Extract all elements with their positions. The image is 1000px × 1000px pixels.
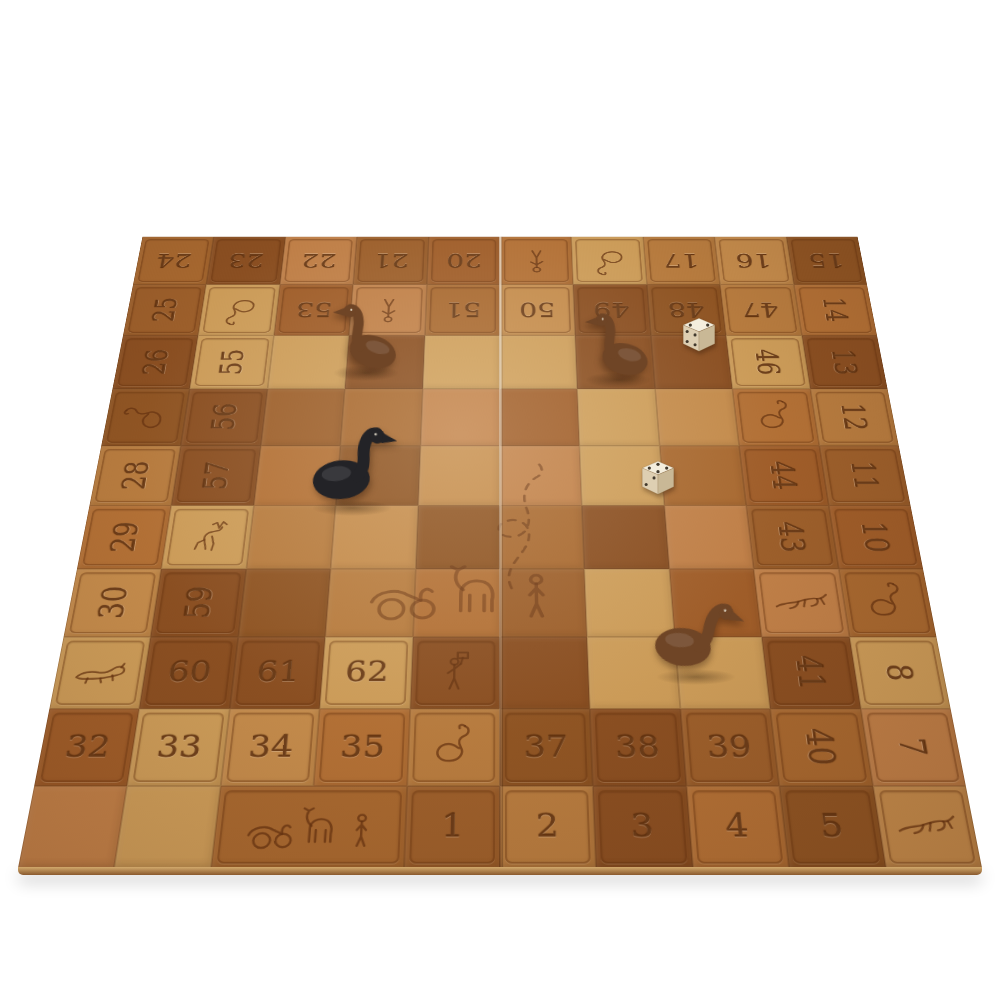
square-number-4: 4 — [686, 786, 789, 868]
square-6[interactable] — [873, 786, 982, 868]
square-number-32: 32 — [34, 709, 139, 786]
filler-cell-r5c5 — [418, 446, 500, 506]
die-2[interactable] — [636, 458, 680, 506]
square-37[interactable]: 37 — [500, 709, 593, 786]
square-42[interactable] — [754, 569, 849, 637]
square-19[interactable] — [500, 237, 573, 285]
square-13[interactable]: 13 — [802, 335, 888, 389]
square-number-47: 47 — [720, 285, 801, 336]
die-1[interactable] — [677, 315, 721, 363]
goose-icon — [114, 397, 178, 438]
goose-pawn-brown-2[interactable] — [581, 310, 655, 384]
square-number-12: 12 — [810, 389, 899, 446]
square-57[interactable]: 57 — [172, 446, 261, 506]
square-number-61: 61 — [230, 637, 326, 709]
square-38[interactable]: 38 — [590, 709, 686, 786]
square-number-17: 17 — [643, 237, 720, 285]
square-63[interactable] — [410, 637, 500, 709]
filler-cell-r5c6 — [500, 446, 582, 506]
square-59[interactable]: 59 — [151, 569, 246, 637]
goose-icon — [744, 397, 806, 438]
square-54[interactable] — [198, 285, 279, 336]
square-7[interactable]: 7 — [860, 709, 965, 786]
deer-icon — [175, 514, 241, 560]
square-number-30: 30 — [64, 569, 162, 637]
filler-cell-r4c5 — [420, 389, 500, 446]
square-9[interactable] — [838, 569, 936, 637]
person-icon — [510, 243, 563, 278]
square-number-20: 20 — [427, 237, 500, 285]
square-number-40: 40 — [770, 709, 872, 786]
square-5[interactable]: 5 — [779, 786, 885, 868]
square-2[interactable]: 2 — [500, 786, 596, 868]
filler-cell-r7c3 — [238, 569, 331, 637]
square-35[interactable]: 35 — [314, 709, 410, 786]
square-number-33: 33 — [127, 709, 229, 786]
goose-pawn-brown-1[interactable] — [328, 301, 404, 377]
square-27[interactable] — [101, 389, 190, 446]
square-number-29: 29 — [77, 506, 172, 570]
square-58[interactable] — [162, 506, 254, 570]
square-11[interactable]: 11 — [819, 446, 911, 506]
filler-cell-r7c4 — [325, 569, 415, 637]
square-1[interactable]: 1 — [404, 786, 500, 868]
goose-pawn-black-1[interactable] — [306, 420, 398, 512]
square-46[interactable]: 46 — [726, 335, 810, 389]
square-4[interactable]: 4 — [686, 786, 789, 868]
square-55[interactable]: 55 — [190, 335, 274, 389]
square-number-3: 3 — [593, 786, 693, 868]
square-number-10: 10 — [828, 506, 923, 570]
board-front-edge — [18, 867, 982, 875]
filler-cell-r4c7 — [578, 389, 660, 446]
filler-cell-r8c6 — [500, 637, 590, 709]
square-3[interactable]: 3 — [593, 786, 693, 868]
square-33[interactable]: 33 — [127, 709, 229, 786]
square-47[interactable]: 47 — [720, 285, 801, 336]
square-32[interactable]: 32 — [34, 709, 139, 786]
square-61[interactable]: 61 — [230, 637, 326, 709]
board-fold-seam — [499, 237, 502, 868]
square-40[interactable]: 40 — [770, 709, 872, 786]
square-number-22: 22 — [280, 237, 357, 285]
goose-icon — [852, 578, 923, 627]
square-number-56: 56 — [181, 389, 267, 446]
square-22[interactable]: 22 — [280, 237, 357, 285]
filler-cell-r10c2 — [114, 786, 220, 868]
square-43[interactable]: 43 — [746, 506, 838, 570]
square-36[interactable] — [407, 709, 500, 786]
winner-icon — [423, 647, 488, 699]
square-number-2: 2 — [500, 786, 596, 868]
square-15[interactable]: 15 — [786, 237, 867, 285]
square-29[interactable]: 29 — [77, 506, 172, 570]
square-number-35: 35 — [314, 709, 410, 786]
square-number-16: 16 — [715, 237, 794, 285]
square-number-50: 50 — [500, 285, 575, 336]
filler-cell-r6c7 — [582, 506, 669, 570]
square-number-59: 59 — [151, 569, 246, 637]
square-number-1: 1 — [404, 786, 500, 868]
square-17[interactable]: 17 — [643, 237, 720, 285]
square-number-23: 23 — [206, 237, 285, 285]
square-number-34: 34 — [221, 709, 320, 786]
filler-cell-r6c5 — [415, 506, 500, 570]
square-number-44: 44 — [739, 446, 828, 506]
square-number-7: 7 — [860, 709, 965, 786]
beast-icon — [64, 647, 137, 699]
square-21[interactable]: 21 — [353, 237, 428, 285]
filler-cell-r6c6 — [500, 506, 585, 570]
square-number-14: 14 — [794, 285, 877, 336]
goose-icon — [420, 719, 487, 774]
square-number-39: 39 — [680, 709, 779, 786]
die-icon — [677, 315, 721, 359]
square-number-38: 38 — [590, 709, 686, 786]
square-number-46: 46 — [726, 335, 810, 389]
goose-pawn-icon — [580, 309, 657, 386]
fox-icon — [767, 578, 836, 627]
square-number-62: 62 — [320, 637, 413, 709]
square-number-51: 51 — [425, 285, 500, 336]
square-number-41: 41 — [762, 637, 861, 709]
square-24[interactable]: 24 — [133, 237, 214, 285]
start-square[interactable] — [211, 786, 407, 868]
goose-pawn-icon — [301, 415, 402, 516]
square-number-57: 57 — [172, 446, 261, 506]
square-56[interactable]: 56 — [181, 389, 267, 446]
square-number-25: 25 — [123, 285, 206, 336]
filler-cell-r6c8 — [664, 506, 754, 570]
square-62[interactable]: 62 — [320, 637, 413, 709]
square-45[interactable] — [733, 389, 819, 446]
goose-pawn-brown-3[interactable] — [651, 591, 741, 681]
square-50[interactable]: 50 — [500, 285, 575, 336]
square-39[interactable]: 39 — [680, 709, 779, 786]
square-number-15: 15 — [786, 237, 867, 285]
filler-cell-r3c6 — [500, 335, 578, 389]
square-16[interactable]: 16 — [715, 237, 794, 285]
square-26[interactable]: 26 — [112, 335, 198, 389]
square-30[interactable]: 30 — [64, 569, 162, 637]
square-18[interactable] — [571, 237, 646, 285]
fox-icon — [887, 797, 966, 856]
square-20[interactable]: 20 — [427, 237, 500, 285]
filler-cell-r4c8 — [655, 389, 739, 446]
square-25[interactable]: 25 — [123, 285, 206, 336]
square-number-21: 21 — [353, 237, 428, 285]
filler-cell-r7c6 — [500, 569, 587, 637]
square-60[interactable]: 60 — [139, 637, 238, 709]
square-number-8: 8 — [849, 637, 950, 709]
filler-cell-r4c6 — [500, 389, 580, 446]
square-number-55: 55 — [190, 335, 274, 389]
goose-pawn-icon — [325, 298, 406, 379]
product-photo-stage: 2423222120171615255351504948471426554613… — [0, 0, 1000, 1000]
filler-cell-r3c5 — [422, 335, 500, 389]
goose-board: 2423222120171615255351504948471426554613… — [18, 237, 982, 868]
die-icon — [636, 458, 680, 502]
goose-icon — [582, 243, 636, 278]
square-8[interactable]: 8 — [849, 637, 950, 709]
square-number-60: 60 — [139, 637, 238, 709]
start-scene-icon — [221, 794, 397, 860]
filler-cell-r6c3 — [246, 506, 336, 570]
square-number-43: 43 — [746, 506, 838, 570]
square-number-37: 37 — [500, 709, 593, 786]
square-number-13: 13 — [802, 335, 888, 389]
square-number-11: 11 — [819, 446, 911, 506]
square-23[interactable]: 23 — [206, 237, 285, 285]
filler-cell-r7c5 — [413, 569, 500, 637]
square-10[interactable]: 10 — [828, 506, 923, 570]
goose-icon — [210, 292, 269, 328]
square-12[interactable]: 12 — [810, 389, 899, 446]
square-44[interactable]: 44 — [739, 446, 828, 506]
square-41[interactable]: 41 — [762, 637, 861, 709]
square-51[interactable]: 51 — [425, 285, 500, 336]
square-31[interactable] — [49, 637, 150, 709]
square-34[interactable]: 34 — [221, 709, 320, 786]
filler-cell-r10c1 — [18, 786, 127, 868]
square-number-26: 26 — [112, 335, 198, 389]
square-number-24: 24 — [133, 237, 214, 285]
square-number-28: 28 — [89, 446, 181, 506]
square-number-5: 5 — [779, 786, 885, 868]
square-14[interactable]: 14 — [794, 285, 877, 336]
square-28[interactable]: 28 — [89, 446, 181, 506]
